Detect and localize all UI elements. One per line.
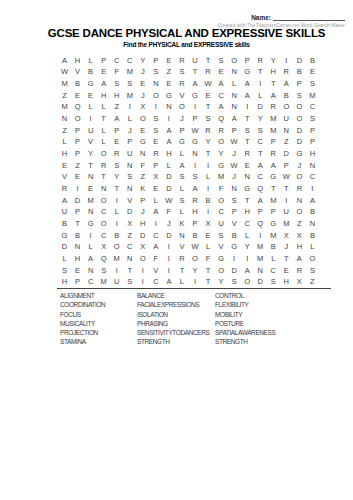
grid-cell-r19c13: O	[215, 265, 228, 277]
grid-cell-r10c17: A	[267, 160, 280, 172]
grid-cell-r3c18: A	[280, 78, 293, 90]
grid-cell-r14c16: P	[254, 206, 267, 218]
grid-cell-r19c6: T	[123, 265, 136, 277]
grid-cell-r16c9: D	[162, 230, 175, 242]
grid-cell-r6c7: O	[136, 113, 149, 125]
grid-cell-r17c11: W	[188, 241, 201, 253]
grid-cell-r8c8: E	[149, 136, 162, 148]
grid-cell-r9c10: L	[175, 148, 188, 160]
grid-cell-r8c18: Z	[280, 136, 293, 148]
grid-cell-r14c19: O	[293, 206, 306, 218]
grid-cell-r8c15: T	[241, 136, 254, 148]
grid-cell-r9c4: O	[97, 148, 110, 160]
grid-cell-r15c12: X	[202, 218, 215, 230]
grid-cell-r11c14: J	[228, 171, 241, 183]
grid-cell-r3c12: W	[202, 78, 215, 90]
grid-cell-r12c14: N	[228, 183, 241, 195]
grid-cell-r9c16: T	[254, 148, 267, 160]
grid-cell-r3c5: S	[110, 78, 123, 90]
grid-cell-r8c13: O	[215, 136, 228, 148]
grid-cell-r4c7: J	[136, 90, 149, 102]
grid-cell-r11c4: T	[97, 171, 110, 183]
grid-cell-r15c7: H	[136, 218, 149, 230]
grid-cell-r2c16: T	[254, 66, 267, 78]
grid-cell-r18c16: M	[254, 253, 267, 265]
grid-cell-r15c2: T	[71, 218, 84, 230]
grid-cell-r14c20: B	[306, 206, 319, 218]
grid-cell-r16c16: I	[254, 230, 267, 242]
grid-cell-r17c1: D	[58, 241, 71, 253]
grid-cell-r10c10: A	[175, 160, 188, 172]
grid-cell-r20c11: I	[188, 276, 201, 288]
grid-cell-r20c2: P	[71, 276, 84, 288]
grid-cell-r7c5: P	[110, 125, 123, 137]
grid-cell-r16c8: C	[149, 230, 162, 242]
grid-cell-r12c8: E	[149, 183, 162, 195]
grid-cell-r15c17: G	[267, 218, 280, 230]
grid-cell-r7c18: N	[280, 125, 293, 137]
grid-cell-r4c18: B	[280, 90, 293, 102]
grid-cell-r8c6: P	[123, 136, 136, 148]
grid-cell-r15c13: U	[215, 218, 228, 230]
grid-cell-r2c9: Z	[162, 66, 175, 78]
grid-cell-r13c18: I	[280, 195, 293, 207]
grid-cell-r10c12: I	[202, 160, 215, 172]
grid-cell-r18c3: A	[84, 253, 97, 265]
grid-cell-r14c11: H	[188, 206, 201, 218]
grid-cell-r9c7: N	[136, 148, 149, 160]
grid-cell-r9c5: R	[110, 148, 123, 160]
grid-cell-r10c1: E	[58, 160, 71, 172]
grid-cell-r4c16: L	[254, 90, 267, 102]
grid-cell-r1c7: Y	[136, 55, 149, 67]
grid-cell-r11c10: S	[175, 171, 188, 183]
grid-cell-r20c16: D	[254, 276, 267, 288]
grid-cell-r10c20: N	[306, 160, 319, 172]
grid-cell-r14c8: A	[149, 206, 162, 218]
grid-cell-r12c13: F	[215, 183, 228, 195]
grid-cell-r18c12: F	[202, 253, 215, 265]
grid-cell-r1c10: R	[175, 55, 188, 67]
grid-cell-r20c13: Y	[215, 276, 228, 288]
grid-cell-r13c11: R	[188, 195, 201, 207]
grid-cell-r10c15: E	[241, 160, 254, 172]
grid-cell-r13c14: S	[228, 195, 241, 207]
grid-cell-r19c18: E	[280, 265, 293, 277]
word-item: FACIALEXPRESSIONS	[137, 300, 215, 309]
grid-cell-r18c11: O	[188, 253, 201, 265]
grid-cell-r15c6: X	[123, 218, 136, 230]
grid-cell-r6c14: A	[228, 113, 241, 125]
grid-cell-r10c18: P	[280, 160, 293, 172]
grid-cell-r12c2: I	[71, 183, 84, 195]
grid-cell-r9c20: H	[306, 148, 319, 160]
grid-cell-r6c17: M	[267, 113, 280, 125]
grid-cell-r16c18: X	[280, 230, 293, 242]
grid-cell-r19c10: T	[175, 265, 188, 277]
grid-cell-r8c12: Y	[202, 136, 215, 148]
grid-cell-r10c5: S	[110, 160, 123, 172]
grid-cell-r14c14: P	[228, 206, 241, 218]
grid-cell-r12c16: Q	[254, 183, 267, 195]
grid-cell-r18c19: A	[293, 253, 306, 265]
grid-cell-r12c17: T	[267, 183, 280, 195]
word-item: STRENGTH	[215, 337, 345, 346]
grid-cell-r16c12: E	[202, 230, 215, 242]
grid-cell-r9c15: R	[241, 148, 254, 160]
grid-cell-r1c18: I	[280, 55, 293, 67]
letter-grid: AHLPCCYPERUTSOPRYIDBWVBEFMJSZSTRENGTHRBE…	[58, 55, 319, 288]
grid-cell-r7c19: D	[293, 125, 306, 137]
grid-cell-r9c1: H	[58, 148, 71, 160]
grid-cell-r12c9: D	[162, 183, 175, 195]
grid-cell-r17c4: X	[97, 241, 110, 253]
grid-cell-r12c12: I	[202, 183, 215, 195]
grid-cell-r20c20: Z	[306, 276, 319, 288]
grid-cell-r7c1: Z	[58, 125, 71, 137]
grid-cell-r5c6: I	[123, 101, 136, 113]
grid-cell-r19c15: A	[241, 265, 254, 277]
grid-cell-r7c2: P	[71, 125, 84, 137]
grid-cell-r5c14: N	[228, 101, 241, 113]
grid-cell-r2c1: W	[58, 66, 71, 78]
grid-cell-r2c5: F	[110, 66, 123, 78]
grid-cell-r6c9: I	[162, 113, 175, 125]
grid-cell-r3c4: A	[97, 78, 110, 90]
grid-cell-r4c2: E	[71, 90, 84, 102]
grid-cell-r16c19: X	[293, 230, 306, 242]
grid-cell-r13c17: M	[267, 195, 280, 207]
puzzle-subtitle: Find the PHYSICAL and EXPRESSIVE skills	[20, 41, 353, 48]
grid-cell-r9c12: T	[202, 148, 215, 160]
grid-cell-r4c1: Z	[58, 90, 71, 102]
grid-cell-r17c10: V	[175, 241, 188, 253]
grid-cell-r17c12: L	[202, 241, 215, 253]
grid-cell-r1c19: D	[293, 55, 306, 67]
grid-cell-r12c7: K	[136, 183, 149, 195]
grid-cell-r9c8: R	[149, 148, 162, 160]
grid-cell-r19c7: I	[136, 265, 149, 277]
grid-cell-r9c3: Y	[84, 148, 97, 160]
grid-cell-r20c10: L	[175, 276, 188, 288]
grid-cell-r14c6: D	[123, 206, 136, 218]
grid-cell-r2c17: H	[267, 66, 280, 78]
grid-cell-r3c8: N	[149, 78, 162, 90]
grid-cell-r7c16: S	[254, 125, 267, 137]
grid-cell-r13c1: A	[58, 195, 71, 207]
grid-cell-r6c2: O	[71, 113, 84, 125]
grid-cell-r16c20: B	[306, 230, 319, 242]
grid-cell-r13c13: O	[215, 195, 228, 207]
grid-cell-r4c13: C	[215, 90, 228, 102]
grid-cell-r3c2: B	[71, 78, 84, 90]
grid-cell-r10c3: T	[84, 160, 97, 172]
grid-cell-r10c9: L	[162, 160, 175, 172]
grid-cell-r8c1: L	[58, 136, 71, 148]
word-item: ALIGNMENT	[60, 291, 137, 300]
grid-cell-r11c3: N	[84, 171, 97, 183]
word-item: PROJECTION	[60, 328, 137, 337]
grid-cell-r13c15: T	[241, 195, 254, 207]
grid-cell-r10c4: R	[97, 160, 110, 172]
grid-cell-r14c12: I	[202, 206, 215, 218]
grid-cell-r11c12: L	[202, 171, 215, 183]
grid-cell-r8c2: P	[71, 136, 84, 148]
grid-cell-r3c7: E	[136, 78, 149, 90]
grid-cell-r3c6: S	[123, 78, 136, 90]
grid-cell-r11c17: G	[267, 171, 280, 183]
grid-cell-r14c10: L	[175, 206, 188, 218]
grid-cell-r18c13: G	[215, 253, 228, 265]
grid-cell-r4c6: M	[123, 90, 136, 102]
grid-cell-r20c12: T	[202, 276, 215, 288]
grid-cell-r16c7: D	[136, 230, 149, 242]
grid-cell-r6c16: Y	[254, 113, 267, 125]
grid-cell-r14c1: U	[58, 206, 71, 218]
grid-cell-r10c14: W	[228, 160, 241, 172]
grid-cell-r15c16: Q	[254, 218, 267, 230]
grid-cell-r10c8: P	[149, 160, 162, 172]
grid-cell-r11c11: S	[188, 171, 201, 183]
grid-cell-r16c15: L	[241, 230, 254, 242]
grid-cell-r12c19: R	[293, 183, 306, 195]
grid-cell-r16c14: B	[228, 230, 241, 242]
grid-cell-r3c3: G	[84, 78, 97, 90]
word-item: COORDINATION	[60, 300, 137, 309]
grid-cell-r20c6: S	[123, 276, 136, 288]
grid-cell-r5c1: M	[58, 101, 71, 113]
grid-cell-r16c13: S	[215, 230, 228, 242]
grid-cell-r17c20: L	[306, 241, 319, 253]
grid-cell-r7c13: R	[215, 125, 228, 137]
grid-cell-r18c8: F	[149, 253, 162, 265]
grid-cell-r2c2: V	[71, 66, 84, 78]
grid-cell-r6c1: N	[58, 113, 71, 125]
grid-cell-r1c6: C	[123, 55, 136, 67]
grid-cell-r19c19: R	[293, 265, 306, 277]
grid-cell-r18c5: M	[110, 253, 123, 265]
grid-cell-r12c18: T	[280, 183, 293, 195]
puzzle-title: GCSE DANCE PHYSICAL AND EXPRESSIVE SKILL…	[20, 27, 353, 39]
grid-cell-r8c19: D	[293, 136, 306, 148]
grid-cell-r9c2: P	[71, 148, 84, 160]
grid-cell-r19c20: S	[306, 265, 319, 277]
grid-cell-r2c12: R	[202, 66, 215, 78]
grid-cell-r20c14: S	[228, 276, 241, 288]
grid-cell-r15c1: B	[58, 218, 71, 230]
grid-cell-r14c7: J	[136, 206, 149, 218]
grid-cell-r4c11: G	[188, 90, 201, 102]
grid-cell-r16c17: M	[267, 230, 280, 242]
grid-cell-r4c15: A	[241, 90, 254, 102]
grid-cell-r14c17: P	[267, 206, 280, 218]
grid-cell-r14c2: P	[71, 206, 84, 218]
word-item: PHRASING	[137, 319, 215, 328]
grid-cell-r18c15: I	[241, 253, 254, 265]
grid-cell-r2c3: B	[84, 66, 97, 78]
grid-cell-r18c4: Q	[97, 253, 110, 265]
word-column-3: CONTROLFLEXIBILITYMOBILITYPOSTURESPATIAL…	[215, 291, 345, 347]
grid-cell-r1c4: P	[97, 55, 110, 67]
grid-cell-r9c17: R	[267, 148, 280, 160]
grid-cell-r13c6: V	[123, 195, 136, 207]
word-list: ALIGNMENTCOORDINATIONFOCUSMUSICALITYPROJ…	[60, 291, 345, 347]
word-item: SPATIALAWARENESS	[215, 328, 345, 337]
grid-cell-r8c10: G	[175, 136, 188, 148]
grid-cell-r11c2: E	[71, 171, 84, 183]
grid-cell-r13c10: S	[175, 195, 188, 207]
name-blank-line	[273, 14, 345, 21]
grid-cell-r5c16: D	[254, 101, 267, 113]
grid-cell-r3c20: S	[306, 78, 319, 90]
grid-cell-r3c11: A	[188, 78, 201, 90]
grid-cell-r14c3: N	[84, 206, 97, 218]
grid-cell-r8c11: G	[188, 136, 201, 148]
grid-cell-r17c17: B	[267, 241, 280, 253]
word-item: SENSITIVITYTODANCERS	[137, 328, 215, 337]
grid-cell-r7c7: E	[136, 125, 149, 137]
grid-cell-r6c4: T	[97, 113, 110, 125]
grid-cell-r5c9: N	[162, 101, 175, 113]
word-item: MUSICALITY	[60, 319, 137, 328]
word-item: BALANCE	[137, 291, 215, 300]
grid-cell-r6c10: J	[175, 113, 188, 125]
grid-cell-r16c10: N	[175, 230, 188, 242]
grid-cell-r7c17: M	[267, 125, 280, 137]
grid-cell-r6c15: T	[241, 113, 254, 125]
grid-cell-r12c6: N	[123, 183, 136, 195]
grid-cell-r13c7: P	[136, 195, 149, 207]
grid-cell-r1c2: H	[71, 55, 84, 67]
grid-cell-r15c9: J	[162, 218, 175, 230]
grid-cell-r4c8: O	[149, 90, 162, 102]
grid-cell-r13c19: N	[293, 195, 306, 207]
grid-cell-r10c16: A	[254, 160, 267, 172]
grid-cell-r5c12: T	[202, 101, 215, 113]
grid-cell-r2c6: M	[123, 66, 136, 78]
grid-cell-r5c11: I	[188, 101, 201, 113]
grid-cell-r16c6: Z	[123, 230, 136, 242]
grid-cell-r2c18: R	[280, 66, 293, 78]
grid-cell-r6c8: S	[149, 113, 162, 125]
grid-cell-r6c18: U	[280, 113, 293, 125]
grid-cell-r1c14: O	[228, 55, 241, 67]
grid-cell-r15c19: Z	[293, 218, 306, 230]
grid-cell-r17c19: H	[293, 241, 306, 253]
grid-cell-r17c6: C	[123, 241, 136, 253]
grid-cell-r20c8: C	[149, 276, 162, 288]
grid-cell-r5c3: L	[84, 101, 97, 113]
grid-cell-r12c10: L	[175, 183, 188, 195]
grid-cell-r13c9: W	[162, 195, 175, 207]
grid-cell-r11c19: O	[293, 171, 306, 183]
grid-cell-r17c14: G	[228, 241, 241, 253]
grid-cell-r12c4: N	[97, 183, 110, 195]
grid-cell-r4c9: G	[162, 90, 175, 102]
grid-cell-r15c4: O	[97, 218, 110, 230]
grid-cell-r2c10: S	[175, 66, 188, 78]
grid-cell-r13c12: B	[202, 195, 215, 207]
grid-cell-r5c13: A	[215, 101, 228, 113]
grid-cell-r14c9: F	[162, 206, 175, 218]
grid-cell-r7c8: S	[149, 125, 162, 137]
word-column-1: ALIGNMENTCOORDINATIONFOCUSMUSICALITYPROJ…	[60, 291, 137, 347]
grid-cell-r17c5: O	[110, 241, 123, 253]
grid-cell-r19c8: V	[149, 265, 162, 277]
grid-cell-r20c7: I	[136, 276, 149, 288]
grid-cell-r7c12: R	[202, 125, 215, 137]
grid-cell-r7c10: P	[175, 125, 188, 137]
grid-cell-r15c5: I	[110, 218, 123, 230]
grid-cell-r4c3: E	[84, 90, 97, 102]
word-item: STRENGTH	[137, 337, 215, 346]
grid-cell-r5c17: R	[267, 101, 280, 113]
grid-cell-r15c18: M	[280, 218, 293, 230]
grid-cell-r3c16: I	[254, 78, 267, 90]
grid-cell-r9c18: D	[280, 148, 293, 160]
grid-cell-r16c2: B	[71, 230, 84, 242]
grid-cell-r16c5: B	[110, 230, 123, 242]
grid-cell-r3c10: R	[175, 78, 188, 90]
grid-cell-r2c20: E	[306, 66, 319, 78]
grid-cell-r7c9: A	[162, 125, 175, 137]
grid-cell-r17c8: A	[149, 241, 162, 253]
grid-cell-r20c3: C	[84, 276, 97, 288]
grid-cell-r3c1: M	[58, 78, 71, 90]
grid-cell-r19c14: D	[228, 265, 241, 277]
grid-cell-r2c14: N	[228, 66, 241, 78]
grid-cell-r18c20: O	[306, 253, 319, 265]
grid-cell-r5c4: L	[97, 101, 110, 113]
grid-cell-r9c11: N	[188, 148, 201, 160]
grid-cell-r19c17: C	[267, 265, 280, 277]
grid-cell-r7c11: W	[188, 125, 201, 137]
grid-cell-r11c9: D	[162, 171, 175, 183]
grid-cell-r15c14: V	[228, 218, 241, 230]
grid-cell-r13c3: M	[84, 195, 97, 207]
grid-cell-r11c1: V	[58, 171, 71, 183]
grid-cell-r1c15: P	[241, 55, 254, 67]
grid-cell-r3c17: T	[267, 78, 280, 90]
grid-cell-r5c7: X	[136, 101, 149, 113]
grid-cell-r15c3: G	[84, 218, 97, 230]
grid-cell-r11c7: Z	[136, 171, 149, 183]
grid-cell-r11c5: Y	[110, 171, 123, 183]
grid-cell-r12c20: I	[306, 183, 319, 195]
word-item: FLEXIBILITY	[215, 300, 345, 309]
separator-line	[57, 288, 331, 289]
grid-cell-r11c18: W	[280, 171, 293, 183]
grid-cell-r19c12: T	[202, 265, 215, 277]
grid-cell-r2c11: T	[188, 66, 201, 78]
grid-cell-r13c16: A	[254, 195, 267, 207]
grid-cell-r7c15: S	[241, 125, 254, 137]
grid-cell-r11c6: S	[123, 171, 136, 183]
grid-cell-r8c3: V	[84, 136, 97, 148]
grid-cell-r4c10: V	[175, 90, 188, 102]
grid-cell-r19c9: I	[162, 265, 175, 277]
word-item: FOCUS	[60, 310, 137, 319]
grid-cell-r15c15: C	[241, 218, 254, 230]
grid-cell-r18c17: L	[267, 253, 280, 265]
grid-cell-r2c13: E	[215, 66, 228, 78]
grid-cell-r19c11: Y	[188, 265, 201, 277]
grid-cell-r17c3: L	[84, 241, 97, 253]
grid-cell-r6c12: S	[202, 113, 215, 125]
grid-cell-r19c2: E	[71, 265, 84, 277]
grid-cell-r1c1: A	[58, 55, 71, 67]
grid-cell-r7c3: U	[84, 125, 97, 137]
